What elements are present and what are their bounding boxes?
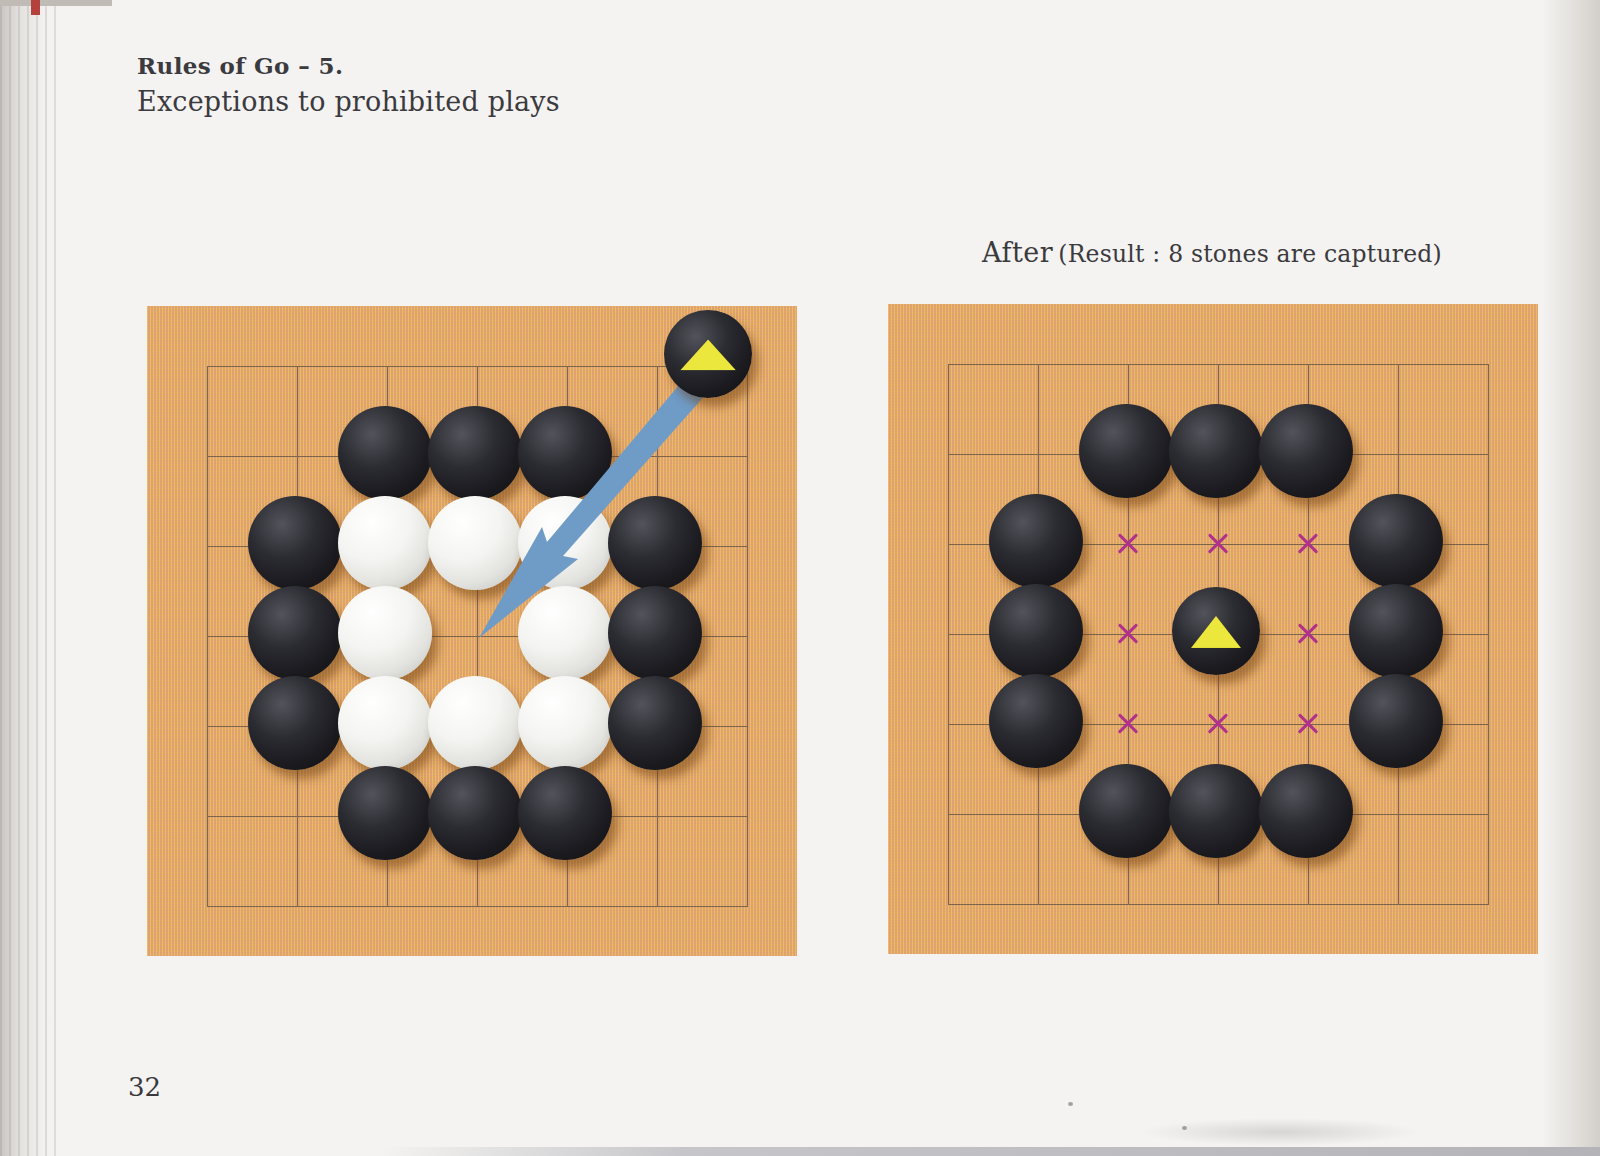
scan-speck bbox=[1182, 1126, 1187, 1130]
after-caption-label: After bbox=[982, 237, 1053, 268]
scan-artifact-bottom bbox=[380, 1147, 1600, 1156]
book-page: Rules of Go – 5. Exceptions to prohibite… bbox=[0, 0, 1600, 1156]
scan-smudge bbox=[1140, 1118, 1420, 1146]
scan-speck bbox=[1068, 1102, 1073, 1106]
go-board-after bbox=[888, 304, 1538, 954]
page-number: 32 bbox=[128, 1072, 161, 1102]
scan-artifact-top bbox=[0, 0, 112, 6]
go-board-before bbox=[147, 306, 797, 956]
page-header: Rules of Go – 5. Exceptions to prohibite… bbox=[137, 52, 560, 117]
after-caption-detail: (Result : 8 stones are captured) bbox=[1058, 240, 1442, 268]
page-title: Rules of Go – 5. bbox=[137, 52, 560, 79]
after-caption: After (Result : 8 stones are captured) bbox=[982, 237, 1442, 268]
triangle-mark-icon bbox=[680, 339, 736, 370]
page-subtitle: Exceptions to prohibited plays bbox=[137, 86, 560, 117]
page-edge-shading bbox=[1542, 0, 1600, 1156]
hover-stone-with-triangle bbox=[664, 310, 752, 398]
book-gutter-edge bbox=[0, 0, 58, 1156]
hover-stone-layer bbox=[147, 306, 797, 956]
overlay-layer bbox=[888, 304, 1538, 954]
scan-artifact-red bbox=[31, 0, 40, 15]
